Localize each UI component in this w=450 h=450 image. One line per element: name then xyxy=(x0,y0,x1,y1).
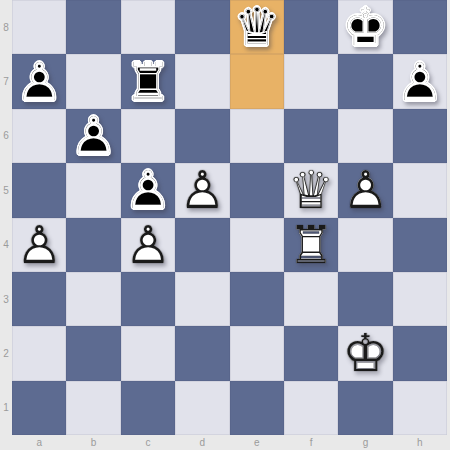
file-label-g: g xyxy=(338,435,392,450)
piece-detail-glyph: ♙ xyxy=(67,109,121,163)
piece-white-king[interactable]: ♚♔ xyxy=(338,326,392,380)
piece-white-pawn[interactable]: ♟♙ xyxy=(175,163,229,217)
square-e4[interactable] xyxy=(230,218,284,272)
square-a1[interactable] xyxy=(12,381,66,435)
square-e6[interactable] xyxy=(230,109,284,163)
piece-detail-glyph: ♙ xyxy=(121,218,175,272)
square-d1[interactable] xyxy=(175,381,229,435)
square-f4[interactable]: ♜♖ xyxy=(284,218,338,272)
square-g1[interactable] xyxy=(338,381,392,435)
piece-detail-glyph: ♙ xyxy=(12,55,66,109)
square-d6[interactable] xyxy=(175,109,229,163)
square-e3[interactable] xyxy=(230,272,284,326)
square-b3[interactable] xyxy=(66,272,120,326)
square-f5[interactable]: ♛♕ xyxy=(284,163,338,217)
file-label-b: b xyxy=(66,435,120,450)
square-e1[interactable] xyxy=(230,381,284,435)
square-c1[interactable] xyxy=(121,381,175,435)
square-d4[interactable] xyxy=(175,218,229,272)
chess-board-page: 87654321 ♛♕♚♔♟♙♜♖♟♙♟♙♟♙♟♙♛♕♟♙♟♙♟♙♜♖♚♔ ab… xyxy=(0,0,450,450)
square-h2[interactable] xyxy=(393,326,447,380)
square-a5[interactable] xyxy=(12,163,66,217)
rank-label-1: 1 xyxy=(0,381,12,435)
piece-detail-glyph: ♕ xyxy=(284,163,338,217)
square-a6[interactable] xyxy=(12,109,66,163)
piece-detail-glyph: ♖ xyxy=(121,55,175,109)
file-label-d: d xyxy=(175,435,229,450)
rank-label-6: 6 xyxy=(0,109,12,163)
piece-detail-glyph: ♙ xyxy=(121,163,175,217)
square-f3[interactable] xyxy=(284,272,338,326)
file-labels: abcdefgh xyxy=(12,435,447,450)
piece-white-queen[interactable]: ♛♕ xyxy=(284,163,338,217)
square-g4[interactable] xyxy=(338,218,392,272)
square-b1[interactable] xyxy=(66,381,120,435)
piece-black-pawn[interactable]: ♟♙ xyxy=(12,55,66,109)
square-f1[interactable] xyxy=(284,381,338,435)
square-b4[interactable] xyxy=(66,218,120,272)
file-label-a: a xyxy=(12,435,66,450)
square-a7[interactable]: ♟♙ xyxy=(12,54,66,108)
piece-black-pawn[interactable]: ♟♙ xyxy=(393,55,447,109)
rank-label-3: 3 xyxy=(0,272,12,326)
square-b7[interactable] xyxy=(66,54,120,108)
square-e8[interactable]: ♛♕ xyxy=(230,0,284,54)
square-d7[interactable] xyxy=(175,54,229,108)
square-h7[interactable]: ♟♙ xyxy=(393,54,447,108)
square-c3[interactable] xyxy=(121,272,175,326)
square-b5[interactable] xyxy=(66,163,120,217)
piece-detail-glyph: ♙ xyxy=(12,218,66,272)
piece-white-rook[interactable]: ♜♖ xyxy=(284,218,338,272)
square-f6[interactable] xyxy=(284,109,338,163)
file-label-e: e xyxy=(230,435,284,450)
square-h5[interactable] xyxy=(393,163,447,217)
square-b6[interactable]: ♟♙ xyxy=(66,109,120,163)
square-d8[interactable] xyxy=(175,0,229,54)
piece-white-pawn[interactable]: ♟♙ xyxy=(121,218,175,272)
piece-detail-glyph: ♙ xyxy=(175,163,229,217)
rank-label-7: 7 xyxy=(0,54,12,108)
square-b2[interactable] xyxy=(66,326,120,380)
square-e2[interactable] xyxy=(230,326,284,380)
square-c6[interactable] xyxy=(121,109,175,163)
square-c5[interactable]: ♟♙ xyxy=(121,163,175,217)
square-a2[interactable] xyxy=(12,326,66,380)
square-h3[interactable] xyxy=(393,272,447,326)
square-f8[interactable] xyxy=(284,0,338,54)
square-f2[interactable] xyxy=(284,326,338,380)
piece-black-queen[interactable]: ♛♕ xyxy=(230,0,284,54)
piece-black-pawn[interactable]: ♟♙ xyxy=(67,109,121,163)
file-label-h: h xyxy=(393,435,447,450)
rank-label-8: 8 xyxy=(0,0,12,54)
square-c4[interactable]: ♟♙ xyxy=(121,218,175,272)
file-label-f: f xyxy=(284,435,338,450)
rank-label-2: 2 xyxy=(0,326,12,380)
square-e5[interactable] xyxy=(230,163,284,217)
piece-detail-glyph: ♔ xyxy=(338,0,392,54)
square-d3[interactable] xyxy=(175,272,229,326)
piece-white-pawn[interactable]: ♟♙ xyxy=(12,218,66,272)
piece-detail-glyph: ♙ xyxy=(338,163,392,217)
square-h4[interactable] xyxy=(393,218,447,272)
square-f7[interactable] xyxy=(284,54,338,108)
square-d2[interactable] xyxy=(175,326,229,380)
square-h6[interactable] xyxy=(393,109,447,163)
square-c8[interactable] xyxy=(121,0,175,54)
piece-black-rook[interactable]: ♜♖ xyxy=(121,55,175,109)
square-a4[interactable]: ♟♙ xyxy=(12,218,66,272)
square-c2[interactable] xyxy=(121,326,175,380)
square-g2[interactable]: ♚♔ xyxy=(338,326,392,380)
square-e7[interactable] xyxy=(230,54,284,108)
piece-detail-glyph: ♖ xyxy=(284,218,338,272)
square-b8[interactable] xyxy=(66,0,120,54)
square-d5[interactable]: ♟♙ xyxy=(175,163,229,217)
piece-black-king[interactable]: ♚♔ xyxy=(338,0,392,54)
piece-black-pawn[interactable]: ♟♙ xyxy=(121,163,175,217)
rank-label-4: 4 xyxy=(0,218,12,272)
square-g5[interactable]: ♟♙ xyxy=(338,163,392,217)
piece-detail-glyph: ♔ xyxy=(338,326,392,380)
chess-board[interactable]: ♛♕♚♔♟♙♜♖♟♙♟♙♟♙♟♙♛♕♟♙♟♙♟♙♜♖♚♔ xyxy=(12,0,447,435)
piece-detail-glyph: ♙ xyxy=(393,55,447,109)
square-c7[interactable]: ♜♖ xyxy=(121,54,175,108)
piece-white-pawn[interactable]: ♟♙ xyxy=(338,163,392,217)
square-h8[interactable] xyxy=(393,0,447,54)
rank-labels: 87654321 xyxy=(0,0,12,435)
square-g7[interactable] xyxy=(338,54,392,108)
piece-detail-glyph: ♕ xyxy=(230,0,284,54)
square-g8[interactable]: ♚♔ xyxy=(338,0,392,54)
square-h1[interactable] xyxy=(393,381,447,435)
file-label-c: c xyxy=(121,435,175,450)
square-g6[interactable] xyxy=(338,109,392,163)
rank-label-5: 5 xyxy=(0,163,12,217)
square-a8[interactable] xyxy=(12,0,66,54)
square-a3[interactable] xyxy=(12,272,66,326)
square-g3[interactable] xyxy=(338,272,392,326)
